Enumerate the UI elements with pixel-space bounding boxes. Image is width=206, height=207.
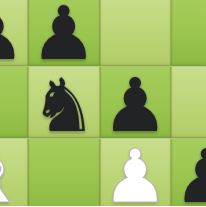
square-r2-c3[interactable]: ♟ <box>100 66 172 138</box>
square-r1-c1[interactable]: ♟ <box>0 0 28 66</box>
square-r1-c4[interactable] <box>171 0 206 66</box>
square-r3-c1[interactable]: ♝ <box>0 138 28 207</box>
black-pawn[interactable]: ♟ <box>0 0 25 70</box>
square-r3-c2[interactable] <box>28 138 100 207</box>
black-pawn[interactable]: ♟ <box>102 68 168 142</box>
board-viewport: ♟♟♞♟♝♟♟ <box>0 0 206 206</box>
square-r2-c4[interactable] <box>171 66 206 138</box>
square-r2-c2[interactable]: ♞ <box>28 66 100 138</box>
square-r2-c1[interactable] <box>0 66 28 138</box>
black-knight[interactable]: ♞ <box>31 68 97 142</box>
square-r1-c3[interactable] <box>100 0 172 66</box>
white-bishop[interactable]: ♝ <box>0 139 25 206</box>
square-r1-c2[interactable]: ♟ <box>28 0 100 66</box>
white-pawn[interactable]: ♟ <box>102 139 168 206</box>
chess-board: ♟♟♞♟♝♟♟ <box>0 0 206 206</box>
black-pawn[interactable]: ♟ <box>31 0 97 70</box>
black-pawn[interactable]: ♟ <box>174 139 206 206</box>
square-r3-c4[interactable]: ♟ <box>171 138 206 207</box>
square-r3-c3[interactable]: ♟ <box>100 138 172 207</box>
